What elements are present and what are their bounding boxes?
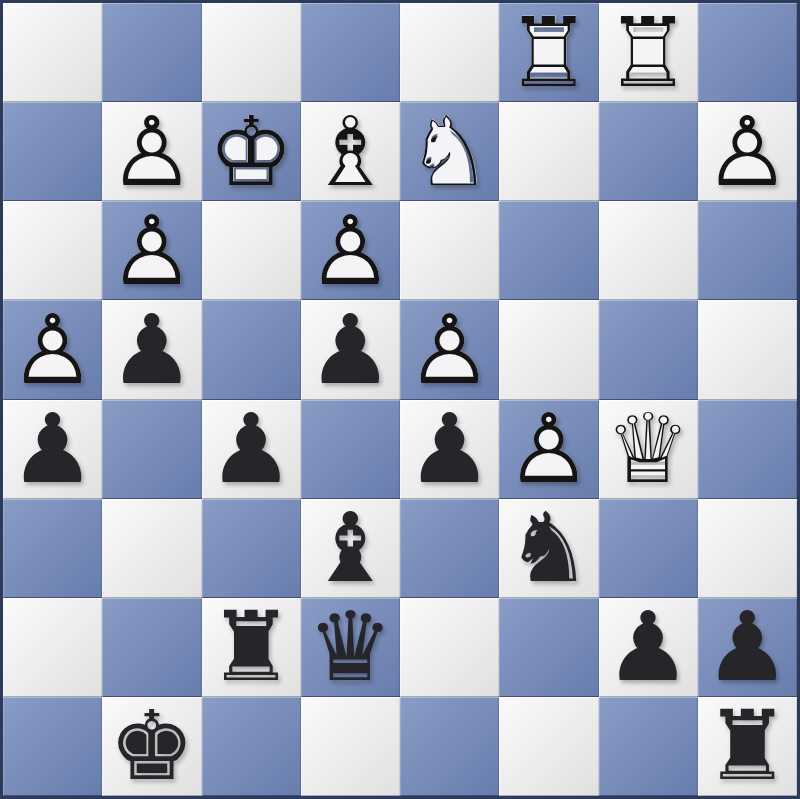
black-pawn-piece[interactable]: ♟ bbox=[3, 400, 102, 499]
white-piece-outline: ♙ bbox=[499, 400, 598, 499]
square-e2[interactable] bbox=[400, 598, 499, 697]
square-a5[interactable]: ♟♙ bbox=[3, 300, 102, 399]
white-piece-outline: ♖ bbox=[499, 3, 598, 102]
black-knight-piece[interactable]: ♞ bbox=[499, 499, 598, 598]
square-c4[interactable]: ♟ bbox=[202, 400, 301, 499]
square-h4[interactable] bbox=[698, 400, 797, 499]
square-a1[interactable] bbox=[3, 697, 102, 796]
square-f3[interactable]: ♞ bbox=[499, 499, 598, 598]
white-pawn-piece[interactable]: ♟♙ bbox=[3, 300, 102, 399]
white-piece-outline: ♗ bbox=[301, 102, 400, 201]
square-e5[interactable]: ♟♙ bbox=[400, 300, 499, 399]
square-b1[interactable]: ♚ bbox=[102, 697, 201, 796]
square-b8[interactable] bbox=[102, 3, 201, 102]
black-pawn-piece[interactable]: ♟ bbox=[102, 300, 201, 399]
black-pawn-piece[interactable]: ♟ bbox=[301, 300, 400, 399]
black-pawn-piece[interactable]: ♟ bbox=[599, 598, 698, 697]
white-pawn-piece[interactable]: ♟♙ bbox=[102, 102, 201, 201]
square-d7[interactable]: ♝♗ bbox=[301, 102, 400, 201]
square-a8[interactable] bbox=[3, 3, 102, 102]
white-piece-outline: ♙ bbox=[3, 300, 102, 399]
square-c3[interactable] bbox=[202, 499, 301, 598]
square-a2[interactable] bbox=[3, 598, 102, 697]
white-bishop-piece[interactable]: ♝♗ bbox=[301, 102, 400, 201]
square-a3[interactable] bbox=[3, 499, 102, 598]
square-e6[interactable] bbox=[400, 201, 499, 300]
square-e7[interactable]: ♞♘ bbox=[400, 102, 499, 201]
white-pawn-piece[interactable]: ♟♙ bbox=[301, 201, 400, 300]
white-piece-outline: ♙ bbox=[400, 300, 499, 399]
square-h3[interactable] bbox=[698, 499, 797, 598]
black-king-piece[interactable]: ♚ bbox=[102, 697, 201, 796]
square-g8[interactable]: ♜♖ bbox=[599, 3, 698, 102]
square-g7[interactable] bbox=[599, 102, 698, 201]
chess-board: ♜♖♜♖♟♙♚♔♝♗♞♘♟♙♟♙♟♙♟♙♟♟♟♙♟♟♟♟♙♛♕♝♞♜♛♟♟♚♜ bbox=[0, 0, 800, 799]
square-d5[interactable]: ♟ bbox=[301, 300, 400, 399]
square-g6[interactable] bbox=[599, 201, 698, 300]
white-piece-outline: ♙ bbox=[301, 201, 400, 300]
square-b4[interactable] bbox=[102, 400, 201, 499]
white-king-piece[interactable]: ♚♔ bbox=[202, 102, 301, 201]
square-e4[interactable]: ♟ bbox=[400, 400, 499, 499]
white-piece-outline: ♖ bbox=[599, 3, 698, 102]
square-f7[interactable] bbox=[499, 102, 598, 201]
square-d1[interactable] bbox=[301, 697, 400, 796]
square-a6[interactable] bbox=[3, 201, 102, 300]
square-g1[interactable] bbox=[599, 697, 698, 796]
square-b6[interactable]: ♟♙ bbox=[102, 201, 201, 300]
white-pawn-piece[interactable]: ♟♙ bbox=[698, 102, 797, 201]
square-d4[interactable] bbox=[301, 400, 400, 499]
square-c1[interactable] bbox=[202, 697, 301, 796]
square-c7[interactable]: ♚♔ bbox=[202, 102, 301, 201]
square-g5[interactable] bbox=[599, 300, 698, 399]
black-rook-piece[interactable]: ♜ bbox=[698, 697, 797, 796]
white-queen-piece[interactable]: ♛♕ bbox=[599, 400, 698, 499]
square-c5[interactable] bbox=[202, 300, 301, 399]
square-d2[interactable]: ♛ bbox=[301, 598, 400, 697]
square-e3[interactable] bbox=[400, 499, 499, 598]
square-f2[interactable] bbox=[499, 598, 598, 697]
square-f4[interactable]: ♟♙ bbox=[499, 400, 598, 499]
square-f8[interactable]: ♜♖ bbox=[499, 3, 598, 102]
white-piece-outline: ♙ bbox=[102, 201, 201, 300]
square-d3[interactable]: ♝ bbox=[301, 499, 400, 598]
white-piece-outline: ♙ bbox=[102, 102, 201, 201]
white-piece-outline: ♙ bbox=[698, 102, 797, 201]
square-e1[interactable] bbox=[400, 697, 499, 796]
square-g2[interactable]: ♟ bbox=[599, 598, 698, 697]
white-piece-outline: ♕ bbox=[599, 400, 698, 499]
square-d8[interactable] bbox=[301, 3, 400, 102]
white-pawn-piece[interactable]: ♟♙ bbox=[102, 201, 201, 300]
square-h1[interactable]: ♜ bbox=[698, 697, 797, 796]
square-a4[interactable]: ♟ bbox=[3, 400, 102, 499]
square-g4[interactable]: ♛♕ bbox=[599, 400, 698, 499]
square-h5[interactable] bbox=[698, 300, 797, 399]
white-pawn-piece[interactable]: ♟♙ bbox=[400, 300, 499, 399]
square-a7[interactable] bbox=[3, 102, 102, 201]
square-b5[interactable]: ♟ bbox=[102, 300, 201, 399]
square-f5[interactable] bbox=[499, 300, 598, 399]
white-piece-outline: ♘ bbox=[400, 102, 499, 201]
white-pawn-piece[interactable]: ♟♙ bbox=[499, 400, 598, 499]
square-b7[interactable]: ♟♙ bbox=[102, 102, 201, 201]
white-rook-piece[interactable]: ♜♖ bbox=[599, 3, 698, 102]
square-g3[interactable] bbox=[599, 499, 698, 598]
black-queen-piece[interactable]: ♛ bbox=[301, 598, 400, 697]
square-d6[interactable]: ♟♙ bbox=[301, 201, 400, 300]
white-knight-piece[interactable]: ♞♘ bbox=[400, 102, 499, 201]
square-f1[interactable] bbox=[499, 697, 598, 796]
square-c8[interactable] bbox=[202, 3, 301, 102]
square-h7[interactable]: ♟♙ bbox=[698, 102, 797, 201]
square-b3[interactable] bbox=[102, 499, 201, 598]
square-e8[interactable] bbox=[400, 3, 499, 102]
square-f6[interactable] bbox=[499, 201, 598, 300]
black-pawn-piece[interactable]: ♟ bbox=[698, 598, 797, 697]
black-rook-piece[interactable]: ♜ bbox=[202, 598, 301, 697]
square-b2[interactable] bbox=[102, 598, 201, 697]
white-piece-outline: ♔ bbox=[202, 102, 301, 201]
black-bishop-piece[interactable]: ♝ bbox=[301, 499, 400, 598]
square-c2[interactable]: ♜ bbox=[202, 598, 301, 697]
white-rook-piece[interactable]: ♜♖ bbox=[499, 3, 598, 102]
square-h8[interactable] bbox=[698, 3, 797, 102]
square-h2[interactable]: ♟ bbox=[698, 598, 797, 697]
black-pawn-piece[interactable]: ♟ bbox=[400, 400, 499, 499]
black-pawn-piece[interactable]: ♟ bbox=[202, 400, 301, 499]
square-h6[interactable] bbox=[698, 201, 797, 300]
square-c6[interactable] bbox=[202, 201, 301, 300]
